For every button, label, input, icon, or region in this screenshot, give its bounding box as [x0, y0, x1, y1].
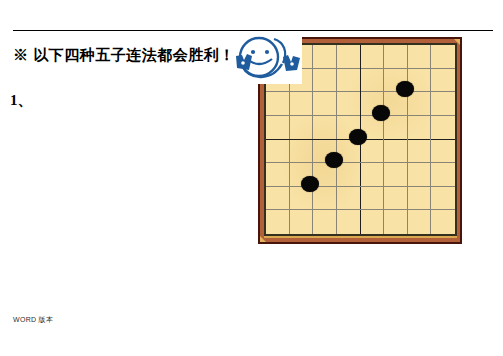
footer-watermark: WORD 版本 — [13, 315, 53, 325]
black-stone[interactable] — [372, 105, 390, 121]
grid-line-vertical — [312, 45, 313, 234]
grid-line-horizontal — [266, 209, 455, 210]
grid-line-horizontal — [266, 162, 455, 163]
grid-line-horizontal — [266, 186, 455, 187]
smiley-logo — [236, 36, 302, 84]
grid-line-vertical — [430, 45, 431, 234]
black-stone[interactable] — [349, 129, 367, 145]
grid-line-vertical — [336, 45, 337, 234]
page-title: ※ 以下四种五子连法都会胜利！ — [13, 46, 235, 65]
item-number-label: 1、 — [10, 91, 33, 110]
grid-line-horizontal — [266, 91, 455, 92]
grid-line-vertical — [407, 45, 408, 234]
black-stone[interactable] — [301, 176, 319, 192]
grid-line-vertical — [383, 45, 384, 234]
header-rule — [13, 30, 493, 31]
smiley-face-icon — [236, 36, 302, 84]
black-stone[interactable] — [396, 81, 414, 97]
document-page: ※ 以下四种五子连法都会胜利！ 1、 WORD 版本 — [0, 0, 503, 356]
black-stone[interactable] — [325, 152, 343, 168]
grid-line-horizontal — [266, 115, 455, 116]
